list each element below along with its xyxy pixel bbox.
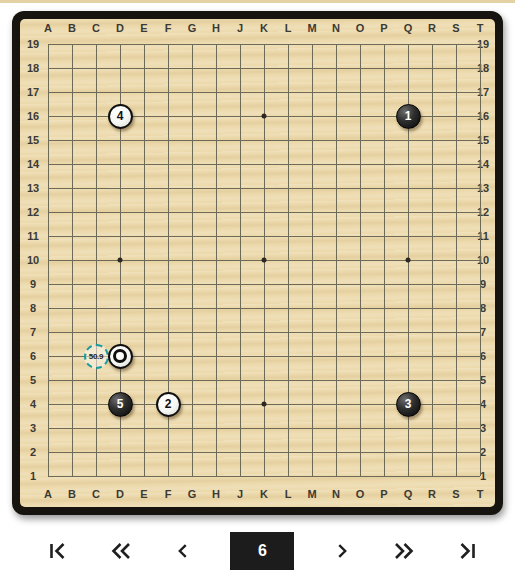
white-stone-F4: 2 (156, 392, 181, 417)
analysis-winrate-value: 50.9 (89, 352, 103, 361)
chevron-left-icon (172, 539, 194, 563)
nav-forward-many-button[interactable] (389, 536, 419, 566)
current-move-indicator: 6 (230, 532, 294, 570)
white-stone-D16: 4 (108, 104, 133, 129)
go-board[interactable]: AABBCCDDEEFFGGHHJJKKLLMMNNOOPPQQRRSSTT19… (20, 19, 495, 507)
last-move-circle-marker (113, 349, 127, 363)
skip-to-end-icon (455, 539, 479, 563)
go-board-frame: AABBCCDDEEFFGGHHJJKKLLMMNNOOPPQQRRSSTT19… (12, 11, 503, 515)
nav-back-many-button[interactable] (106, 536, 136, 566)
analysis-hint-circle[interactable]: 50.9 (84, 344, 109, 369)
nav-first-button[interactable] (44, 536, 72, 566)
nav-back-one-button[interactable] (170, 536, 196, 566)
white-stone-D6 (108, 344, 133, 369)
star-point (406, 258, 411, 263)
star-point (262, 402, 267, 407)
black-stone-Q16: 1 (396, 104, 421, 129)
move-number-label: 5 (117, 398, 124, 410)
top-edge-decoration (0, 0, 515, 3)
double-chevron-right-icon (391, 539, 417, 563)
nav-forward-one-button[interactable] (329, 536, 355, 566)
chevron-right-icon (331, 539, 353, 563)
double-chevron-left-icon (108, 539, 134, 563)
move-navigation: 6 (44, 529, 481, 573)
move-number-label: 2 (165, 398, 172, 410)
black-stone-D4: 5 (108, 392, 133, 417)
move-number-label: 3 (405, 398, 412, 410)
move-number-label: 4 (117, 110, 124, 122)
star-point (262, 114, 267, 119)
skip-to-start-icon (46, 539, 70, 563)
move-number-label: 1 (405, 110, 412, 122)
black-stone-Q4: 3 (396, 392, 421, 417)
star-point (262, 258, 267, 263)
go-game-viewer: AABBCCDDEEFFGGHHJJKKLLMMNNOOPPQQRRSSTT19… (0, 0, 515, 579)
nav-last-button[interactable] (453, 536, 481, 566)
board-grid (20, 19, 495, 507)
star-point (118, 258, 123, 263)
